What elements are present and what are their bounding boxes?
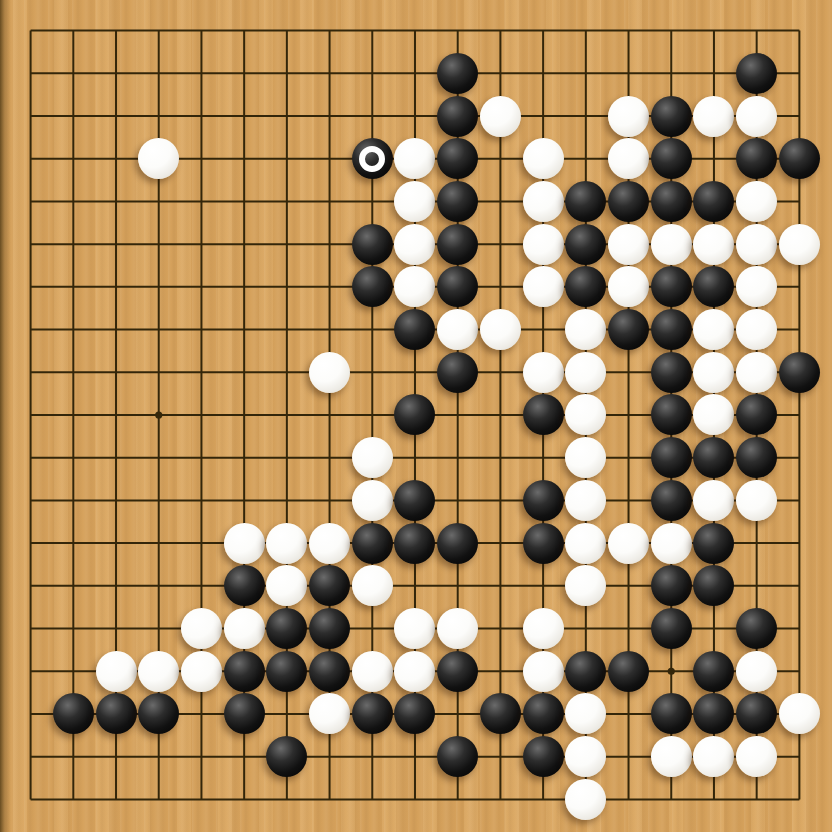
white-stone[interactable] [651,224,692,265]
black-stone[interactable] [651,352,692,393]
white-stone[interactable] [523,224,564,265]
black-stone[interactable] [651,266,692,307]
black-stone[interactable] [693,651,734,692]
black-stone[interactable] [352,523,393,564]
white-stone[interactable] [523,651,564,692]
black-stone[interactable] [224,651,265,692]
last-move-circle-marker [359,146,385,172]
white-stone[interactable] [565,523,606,564]
black-stone[interactable] [352,224,393,265]
black-stone[interactable] [224,693,265,734]
white-stone[interactable] [779,224,820,265]
black-stone[interactable] [437,352,478,393]
black-stone[interactable] [608,651,649,692]
white-stone[interactable] [523,352,564,393]
black-stone[interactable] [437,181,478,222]
black-stone[interactable] [437,53,478,94]
white-stone[interactable] [523,138,564,179]
white-stone[interactable] [736,96,777,137]
black-stone[interactable] [651,181,692,222]
black-stone[interactable] [523,394,564,435]
black-stone[interactable] [266,651,307,692]
black-stone[interactable] [437,523,478,564]
white-stone[interactable] [736,224,777,265]
white-stone[interactable] [224,523,265,564]
black-stone[interactable] [608,181,649,222]
black-stone[interactable] [437,224,478,265]
black-stone[interactable] [565,651,606,692]
white-stone[interactable] [437,608,478,649]
black-stone[interactable] [224,565,265,606]
white-stone[interactable] [352,437,393,478]
black-stone[interactable] [651,138,692,179]
white-stone[interactable] [352,565,393,606]
black-stone[interactable] [651,693,692,734]
white-stone[interactable] [523,608,564,649]
white-stone[interactable] [480,96,521,137]
white-stone[interactable] [309,523,350,564]
white-stone[interactable] [480,309,521,350]
black-stone-last-move[interactable] [352,138,393,179]
black-stone[interactable] [651,394,692,435]
black-stone[interactable] [779,138,820,179]
white-stone[interactable] [266,523,307,564]
black-stone[interactable] [352,693,393,734]
white-stone[interactable] [565,480,606,521]
white-stone[interactable] [96,651,137,692]
white-stone[interactable] [608,96,649,137]
white-stone[interactable] [523,266,564,307]
black-stone[interactable] [53,693,94,734]
black-stone[interactable] [651,565,692,606]
black-stone[interactable] [523,523,564,564]
white-stone[interactable] [693,352,734,393]
white-stone[interactable] [736,309,777,350]
white-stone[interactable] [736,352,777,393]
black-stone[interactable] [608,309,649,350]
black-stone[interactable] [651,96,692,137]
white-stone[interactable] [224,608,265,649]
black-stone[interactable] [96,693,137,734]
white-stone[interactable] [693,224,734,265]
black-stone[interactable] [437,651,478,692]
black-stone[interactable] [736,608,777,649]
black-stone[interactable] [309,608,350,649]
white-stone[interactable] [394,651,435,692]
white-stone[interactable] [736,651,777,692]
white-stone[interactable] [651,523,692,564]
white-stone[interactable] [138,651,179,692]
white-stone[interactable] [736,480,777,521]
white-stone[interactable] [352,651,393,692]
white-stone[interactable] [608,138,649,179]
white-stone[interactable] [394,224,435,265]
black-stone[interactable] [736,53,777,94]
black-stone[interactable] [565,181,606,222]
black-stone[interactable] [651,309,692,350]
black-stone[interactable] [693,523,734,564]
go-board[interactable] [0,0,832,832]
white-stone[interactable] [651,736,692,777]
black-stone[interactable] [651,608,692,649]
white-stone[interactable] [608,224,649,265]
white-stone[interactable] [565,352,606,393]
white-stone[interactable] [693,96,734,137]
white-stone[interactable] [523,181,564,222]
black-stone[interactable] [523,736,564,777]
white-stone[interactable] [736,181,777,222]
black-stone[interactable] [651,480,692,521]
black-stone[interactable] [394,523,435,564]
white-stone[interactable] [352,480,393,521]
black-stone[interactable] [523,693,564,734]
black-stone[interactable] [523,480,564,521]
black-stone[interactable] [565,224,606,265]
white-stone[interactable] [309,352,350,393]
black-stone[interactable] [779,352,820,393]
black-stone[interactable] [352,266,393,307]
black-stone[interactable] [309,651,350,692]
white-stone[interactable] [565,779,606,820]
white-stone[interactable] [608,523,649,564]
white-stone[interactable] [181,608,222,649]
black-stone[interactable] [651,437,692,478]
black-stone[interactable] [437,96,478,137]
white-stone[interactable] [181,651,222,692]
white-stone[interactable] [437,309,478,350]
